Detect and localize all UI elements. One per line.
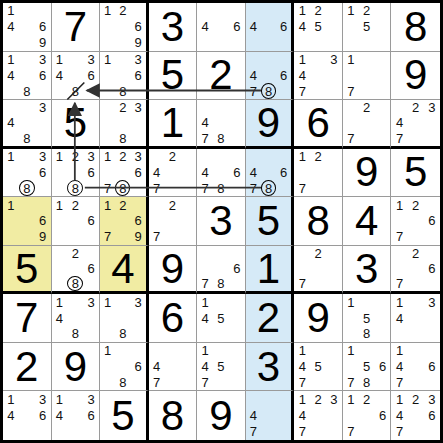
candidate-8: 8 (19, 83, 35, 99)
candidate-6: 6 (424, 359, 440, 375)
candidate-6: 6 (424, 213, 440, 229)
value: 9 (404, 54, 427, 96)
candidate-8: 8 (359, 375, 375, 391)
candidate-7: 7 (391, 424, 407, 440)
candidate-5 (261, 19, 276, 35)
circled-candidate-8: 8 (115, 180, 130, 196)
candidate-2 (19, 391, 35, 407)
candidate-2: 2 (310, 246, 326, 261)
candidate-6 (375, 310, 391, 326)
candidate-9 (229, 180, 245, 196)
candidate-3 (424, 343, 440, 359)
value: 6 (161, 297, 184, 339)
candidate-5 (408, 261, 424, 276)
cell-r8c6[interactable]: 3 (246, 343, 295, 392)
value: 5 (404, 151, 427, 193)
candidate-6 (375, 19, 391, 35)
cell-r3c7[interactable]: 6 (294, 100, 343, 149)
candidate-5 (359, 408, 375, 424)
candidate-2: 2 (115, 3, 130, 19)
candidate-2: 2 (115, 100, 130, 115)
cell-r1c3[interactable]: 1269 (100, 3, 149, 52)
cell-r2c2[interactable]: 13468 (52, 52, 101, 101)
candidate-8 (213, 35, 229, 51)
cell-r6c4[interactable]: 9 (149, 246, 198, 295)
cell-r7c6[interactable]: 2 (246, 294, 295, 343)
candidate-1 (3, 100, 19, 115)
candidate-2 (19, 149, 35, 165)
candidate-3 (375, 391, 391, 407)
candidate-9 (229, 35, 245, 51)
value: 8 (306, 200, 329, 242)
candidate-8: 8 (213, 180, 229, 196)
candidate-7: 7 (197, 180, 213, 196)
candidate-2 (19, 3, 35, 19)
cell-r8c8[interactable]: 15678 (343, 343, 392, 392)
cell-r9c2[interactable]: 1346 (52, 391, 101, 440)
candidate-5 (261, 408, 276, 424)
cell-r2c8[interactable]: 17 (343, 52, 392, 101)
candidate-3: 3 (35, 391, 51, 407)
candidate-5 (359, 67, 375, 83)
candidate-8 (165, 375, 181, 391)
candidate-6 (180, 165, 196, 181)
candidate-4: 4 (197, 310, 213, 326)
candidate-6 (276, 408, 291, 424)
candidate-2 (115, 294, 130, 310)
candidate-1 (294, 246, 310, 261)
candidate-9 (375, 83, 391, 99)
candidate-9 (35, 424, 51, 440)
candidate-7: 7 (149, 180, 165, 196)
cell-r2c6[interactable]: 4678 (246, 52, 295, 101)
cell-r1c4[interactable]: 3 (149, 3, 198, 52)
candidate-3: 3 (424, 294, 440, 310)
candidate-8 (408, 229, 424, 245)
cell-r1c1[interactable]: 1469 (3, 3, 52, 52)
candidate-1 (197, 3, 213, 19)
candidate-7: 7 (391, 130, 407, 145)
candidate-3: 3 (83, 149, 99, 165)
candidate-2 (67, 391, 83, 407)
candidate-8 (310, 35, 326, 51)
candidate-9 (180, 375, 196, 391)
candidate-1 (246, 52, 261, 68)
cell-r4c1[interactable]: 1368 (3, 149, 52, 198)
candidate-9 (326, 83, 342, 99)
candidate-2 (115, 343, 130, 359)
candidate-4 (294, 261, 310, 276)
candidate-3 (35, 3, 51, 19)
candidate-9 (83, 229, 99, 245)
candidate-1: 1 (52, 197, 68, 213)
candidate-2 (213, 149, 229, 165)
candidate-7 (343, 326, 359, 342)
candidate-8 (165, 180, 181, 196)
candidate-2 (19, 52, 35, 68)
value: 9 (209, 395, 232, 437)
cell-r5c5[interactable]: 3 (197, 197, 246, 246)
candidate-4 (52, 165, 68, 181)
cell-r7c4[interactable]: 6 (149, 294, 198, 343)
candidate-9: 9 (130, 229, 145, 245)
candidate-3 (229, 100, 245, 115)
cell-r6c8[interactable]: 3 (343, 246, 392, 295)
cell-r4c5[interactable]: 4678 (197, 149, 246, 198)
candidate-9 (130, 130, 145, 145)
candidate-5 (67, 213, 83, 229)
cell-r5c7[interactable]: 8 (294, 197, 343, 246)
candidate-9 (276, 180, 291, 196)
cell-r6c3[interactable]: 4 (100, 246, 149, 295)
candidate-8 (67, 229, 83, 245)
candidate-7 (3, 180, 19, 196)
cell-r3c2[interactable]: 5 (52, 100, 101, 149)
candidate-5 (19, 115, 35, 130)
candidate-4: 4 (294, 359, 310, 375)
value: 2 (15, 346, 38, 388)
cell-r7c1[interactable]: 7 (3, 294, 52, 343)
candidate-4: 4 (391, 115, 407, 130)
candidate-7 (52, 276, 68, 291)
candidate-8 (408, 130, 424, 145)
candidate-9: 9 (130, 35, 145, 51)
value: 5 (257, 200, 280, 242)
candidate-6 (180, 359, 196, 375)
candidate-4: 4 (52, 408, 68, 424)
candidate-9 (276, 35, 291, 51)
candidate-2: 2 (310, 149, 326, 165)
cell-r1c2[interactable]: 7 (52, 3, 101, 52)
candidate-5 (310, 261, 326, 276)
candidate-8 (408, 326, 424, 342)
candidate-1: 1 (100, 52, 115, 68)
candidate-3 (229, 246, 245, 261)
cell-r3c8[interactable]: 27 (343, 100, 392, 149)
candidate-9 (424, 424, 440, 440)
candidate-4: 4 (294, 67, 310, 83)
candidate-9 (35, 83, 51, 99)
cell-r3c4[interactable]: 1 (149, 100, 198, 149)
candidate-3: 3 (130, 294, 145, 310)
candidate-9 (35, 180, 51, 196)
cell-r3c1[interactable]: 348 (3, 100, 52, 149)
circled-candidate-8: 8 (261, 180, 276, 196)
cell-r8c3[interactable]: 168 (100, 343, 149, 392)
candidate-5 (115, 213, 130, 229)
candidate-8 (359, 35, 375, 51)
candidate-5: 5 (359, 359, 375, 375)
candidate-2: 2 (408, 391, 424, 407)
candidate-7 (100, 35, 115, 51)
candidate-8 (310, 424, 326, 440)
cell-r3c9[interactable]: 2347 (391, 100, 440, 149)
candidate-7 (52, 83, 68, 99)
candidate-7 (391, 326, 407, 342)
cell-r8c9[interactable]: 1467 (391, 343, 440, 392)
cell-r4c3[interactable]: 123678 (100, 149, 149, 198)
candidate-5 (19, 67, 35, 83)
candidate-6 (424, 310, 440, 326)
candidate-6: 6 (424, 408, 440, 424)
circled-candidate-8: 8 (67, 180, 83, 196)
candidate-3 (276, 149, 291, 165)
cell-r6c2[interactable]: 268 (52, 246, 101, 295)
cell-r3c5[interactable]: 478 (197, 100, 246, 149)
candidate-8: 8 (115, 375, 130, 391)
candidate-7 (52, 229, 68, 245)
cell-r8c2[interactable]: 9 (52, 343, 101, 392)
candidate-6: 6 (375, 408, 391, 424)
candidate-5 (67, 408, 83, 424)
sudoku-grid: 1469712693464612451258134681346813685246… (0, 0, 443, 443)
candidate-7: 7 (100, 229, 115, 245)
candidate-3 (375, 294, 391, 310)
cell-r6c5[interactable]: 678 (197, 246, 246, 295)
candidate-5 (115, 67, 130, 83)
candidate-6: 6 (130, 359, 145, 375)
candidate-1 (197, 100, 213, 115)
candidate-3: 3 (83, 294, 99, 310)
cell-r3c3[interactable]: 238 (100, 100, 149, 149)
candidate-6: 6 (130, 213, 145, 229)
candidate-8: 8 (67, 326, 83, 342)
candidate-1 (100, 100, 115, 115)
cell-r1c8[interactable]: 125 (343, 3, 392, 52)
candidate-9 (375, 130, 391, 145)
candidate-1 (246, 391, 261, 407)
candidate-4 (197, 261, 213, 276)
candidate-6: 6 (276, 19, 291, 35)
candidate-1: 1 (343, 343, 359, 359)
candidate-4: 4 (391, 408, 407, 424)
candidate-3 (180, 149, 196, 165)
candidate-5 (359, 115, 375, 130)
value: 5 (64, 102, 87, 144)
candidate-2: 2 (408, 246, 424, 261)
cell-r1c7[interactable]: 1245 (294, 3, 343, 52)
value: 3 (161, 6, 184, 48)
cell-r7c5[interactable]: 145 (197, 294, 246, 343)
candidate-5 (19, 19, 35, 35)
cell-r8c5[interactable]: 1457 (197, 343, 246, 392)
candidate-7: 7 (343, 424, 359, 440)
candidate-8 (310, 83, 326, 99)
cell-r9c9[interactable]: 123467 (391, 391, 440, 440)
candidate-1: 1 (197, 294, 213, 310)
candidate-6 (326, 359, 342, 375)
candidate-2: 2 (359, 100, 375, 115)
value: 9 (355, 151, 378, 193)
cell-r4c4[interactable]: 247 (149, 149, 198, 198)
candidate-2 (67, 52, 83, 68)
candidate-7: 7 (294, 276, 310, 291)
candidate-1: 1 (52, 52, 68, 68)
candidate-4 (52, 213, 68, 229)
candidate-1: 1 (294, 3, 310, 19)
candidate-8 (310, 180, 326, 196)
candidate-7 (52, 424, 68, 440)
candidate-1 (246, 149, 261, 165)
candidate-5 (310, 408, 326, 424)
candidate-6 (424, 115, 440, 130)
circled-candidate-8: 8 (19, 180, 35, 196)
candidate-7: 7 (246, 424, 261, 440)
candidate-5 (165, 213, 181, 229)
candidate-2 (19, 100, 35, 115)
candidate-6: 6 (35, 67, 51, 83)
candidate-9 (424, 229, 440, 245)
cell-r5c8[interactable]: 4 (343, 197, 392, 246)
value: 2 (209, 54, 232, 96)
cell-r4c2[interactable]: 12368 (52, 149, 101, 198)
candidate-8: 8 (213, 130, 229, 145)
candidate-2: 2 (310, 3, 326, 19)
cell-r9c5[interactable]: 9 (197, 391, 246, 440)
cell-r9c3[interactable]: 5 (100, 391, 149, 440)
candidate-3 (130, 197, 145, 213)
candidate-3 (424, 197, 440, 213)
candidate-2: 2 (67, 197, 83, 213)
candidate-4: 4 (197, 359, 213, 375)
candidate-4 (3, 213, 19, 229)
candidate-6 (229, 359, 245, 375)
candidate-1: 1 (294, 391, 310, 407)
value: 9 (64, 346, 87, 388)
candidate-6: 6 (375, 359, 391, 375)
candidate-8 (19, 35, 35, 51)
cell-r5c4[interactable]: 27 (149, 197, 198, 246)
candidate-4 (3, 165, 19, 181)
cell-r6c6[interactable]: 1 (246, 246, 295, 295)
cell-r8c4[interactable]: 47 (149, 343, 198, 392)
cell-r5c3[interactable]: 12679 (100, 197, 149, 246)
candidate-9 (326, 35, 342, 51)
candidate-4: 4 (3, 115, 19, 130)
candidate-5: 5 (213, 310, 229, 326)
candidate-4 (100, 67, 115, 83)
candidate-9 (130, 326, 145, 342)
candidate-3: 3 (424, 100, 440, 115)
candidate-3: 3 (130, 149, 145, 165)
candidate-8 (115, 229, 130, 245)
candidate-6 (229, 115, 245, 130)
candidate-8 (67, 424, 83, 440)
candidate-4 (100, 213, 115, 229)
candidate-2 (213, 343, 229, 359)
candidate-8 (213, 375, 229, 391)
cell-r8c7[interactable]: 1457 (294, 343, 343, 392)
cell-r8c1[interactable]: 2 (3, 343, 52, 392)
candidate-7: 7 (100, 180, 115, 196)
candidate-6: 6 (35, 19, 51, 35)
candidate-3 (130, 343, 145, 359)
candidate-4: 4 (149, 359, 165, 375)
candidate-2 (261, 149, 276, 165)
candidate-2 (310, 343, 326, 359)
cell-r6c1[interactable]: 5 (3, 246, 52, 295)
cell-r4c9[interactable]: 5 (391, 149, 440, 198)
candidate-5 (310, 165, 326, 181)
candidate-4: 4 (52, 310, 68, 326)
value: 6 (306, 102, 329, 144)
candidate-1: 1 (343, 52, 359, 68)
cell-r2c3[interactable]: 1368 (100, 52, 149, 101)
candidate-3 (83, 246, 99, 261)
cell-r2c9[interactable]: 9 (391, 52, 440, 101)
cell-r9c4[interactable]: 8 (149, 391, 198, 440)
candidate-5 (310, 67, 326, 83)
candidate-6: 6 (130, 165, 145, 181)
candidate-3 (326, 246, 342, 261)
candidate-9 (276, 83, 291, 99)
cell-r7c7[interactable]: 9 (294, 294, 343, 343)
cell-r7c9[interactable]: 134 (391, 294, 440, 343)
cell-r5c9[interactable]: 1267 (391, 197, 440, 246)
cell-r7c2[interactable]: 1348 (52, 294, 101, 343)
cell-r4c7[interactable]: 127 (294, 149, 343, 198)
cell-r9c1[interactable]: 1346 (3, 391, 52, 440)
candidate-5 (213, 115, 229, 130)
cell-r7c8[interactable]: 158 (343, 294, 392, 343)
candidate-5: 5 (310, 359, 326, 375)
cell-r1c9[interactable]: 8 (391, 3, 440, 52)
candidate-9 (35, 130, 51, 145)
candidate-2 (408, 343, 424, 359)
candidate-5 (67, 310, 83, 326)
cell-r5c1[interactable]: 169 (3, 197, 52, 246)
candidate-1 (149, 149, 165, 165)
cell-r4c6[interactable]: 4678 (246, 149, 295, 198)
candidate-6: 6 (229, 19, 245, 35)
candidate-9 (424, 326, 440, 342)
cell-r9c6[interactable]: 47 (246, 391, 295, 440)
candidate-6: 6 (424, 261, 440, 276)
value: 8 (404, 6, 427, 48)
cell-r9c8[interactable]: 1267 (343, 391, 392, 440)
cell-r1c6[interactable]: 46 (246, 3, 295, 52)
value: 9 (161, 248, 184, 290)
candidate-8 (213, 326, 229, 342)
value: 2 (257, 297, 280, 339)
cell-r5c6[interactable]: 5 (246, 197, 295, 246)
cell-r9c7[interactable]: 12347 (294, 391, 343, 440)
cell-r7c3[interactable]: 138 (100, 294, 149, 343)
candidate-2 (67, 294, 83, 310)
cell-r2c5[interactable]: 2 (197, 52, 246, 101)
candidate-1: 1 (52, 149, 68, 165)
candidate-1 (391, 246, 407, 261)
value: 5 (15, 248, 38, 290)
candidate-9 (375, 326, 391, 342)
candidate-1: 1 (100, 3, 115, 19)
cell-r2c4[interactable]: 5 (149, 52, 198, 101)
candidate-8 (261, 35, 276, 51)
cell-r2c1[interactable]: 13468 (3, 52, 52, 101)
candidate-5 (115, 310, 130, 326)
cell-r4c8[interactable]: 9 (343, 149, 392, 198)
cell-r3c6[interactable]: 9 (246, 100, 295, 149)
cell-r5c2[interactable]: 126 (52, 197, 101, 246)
cell-r1c5[interactable]: 46 (197, 3, 246, 52)
candidate-5 (67, 165, 83, 181)
cell-r6c7[interactable]: 27 (294, 246, 343, 295)
candidate-2 (359, 294, 375, 310)
cell-r2c7[interactable]: 1347 (294, 52, 343, 101)
cell-r6c9[interactable]: 267 (391, 246, 440, 295)
candidate-9 (229, 375, 245, 391)
candidate-6: 6 (35, 165, 51, 181)
